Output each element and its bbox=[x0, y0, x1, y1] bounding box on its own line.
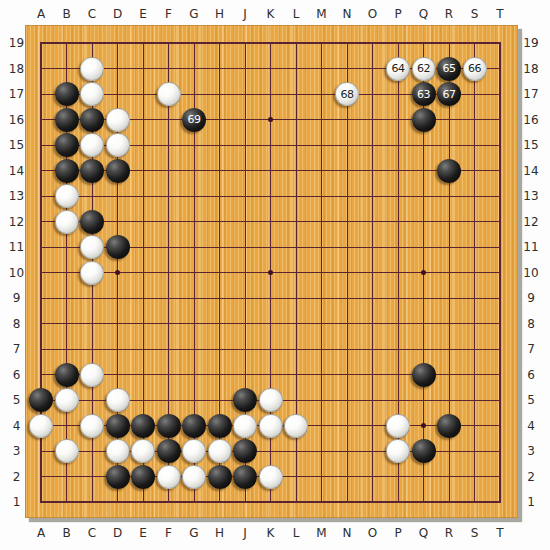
row-label-left-19: 19 bbox=[9, 37, 24, 49]
row-label-left-7: 7 bbox=[13, 343, 21, 355]
row-label-left-9: 9 bbox=[13, 292, 21, 304]
row-label-left-4: 4 bbox=[13, 420, 21, 432]
row-label-right-14: 14 bbox=[523, 165, 538, 177]
col-label-bottom-G: G bbox=[189, 527, 198, 539]
col-label-top-O: O bbox=[368, 8, 377, 20]
col-label-top-Q: Q bbox=[419, 8, 428, 20]
col-label-bottom-L: L bbox=[293, 527, 300, 539]
col-label-top-D: D bbox=[113, 8, 122, 20]
col-label-top-N: N bbox=[343, 8, 352, 20]
row-label-right-12: 12 bbox=[523, 216, 538, 228]
row-label-left-13: 13 bbox=[9, 190, 24, 202]
col-label-top-C: C bbox=[88, 8, 96, 20]
col-label-bottom-B: B bbox=[62, 527, 70, 539]
col-label-bottom-T: T bbox=[496, 527, 503, 539]
row-label-right-8: 8 bbox=[527, 318, 535, 330]
col-label-bottom-R: R bbox=[445, 527, 453, 539]
col-label-bottom-O: O bbox=[368, 527, 377, 539]
col-label-top-P: P bbox=[394, 8, 401, 20]
row-label-left-15: 15 bbox=[9, 139, 24, 151]
col-label-bottom-C: C bbox=[88, 527, 96, 539]
row-label-left-12: 12 bbox=[9, 216, 24, 228]
col-label-bottom-E: E bbox=[139, 527, 147, 539]
row-label-left-16: 16 bbox=[9, 114, 24, 126]
col-label-top-M: M bbox=[316, 8, 326, 20]
row-label-right-6: 6 bbox=[527, 369, 535, 381]
col-label-top-B: B bbox=[62, 8, 70, 20]
col-label-bottom-S: S bbox=[471, 527, 479, 539]
row-label-right-16: 16 bbox=[523, 114, 538, 126]
col-label-bottom-J: J bbox=[243, 527, 247, 539]
col-label-top-F: F bbox=[165, 8, 172, 20]
col-label-top-T: T bbox=[496, 8, 503, 20]
row-label-left-1: 1 bbox=[13, 496, 21, 508]
row-label-right-2: 2 bbox=[527, 471, 535, 483]
col-label-top-A: A bbox=[37, 8, 45, 20]
col-label-top-R: R bbox=[445, 8, 453, 20]
col-label-bottom-M: M bbox=[316, 527, 326, 539]
row-label-left-11: 11 bbox=[9, 241, 24, 253]
row-label-right-19: 19 bbox=[523, 37, 538, 49]
go-diagram: 6462656668636769 AABBCCDDEEFFGGHHJJKKLLM… bbox=[0, 0, 550, 550]
row-label-right-13: 13 bbox=[523, 190, 538, 202]
row-label-left-6: 6 bbox=[13, 369, 21, 381]
col-label-top-L: L bbox=[293, 8, 300, 20]
row-label-left-17: 17 bbox=[9, 88, 24, 100]
col-label-top-G: G bbox=[189, 8, 198, 20]
row-label-right-3: 3 bbox=[527, 445, 535, 457]
row-label-right-10: 10 bbox=[523, 267, 538, 279]
col-label-bottom-P: P bbox=[394, 527, 401, 539]
row-label-right-1: 1 bbox=[527, 496, 535, 508]
row-label-left-18: 18 bbox=[9, 63, 24, 75]
row-label-left-2: 2 bbox=[13, 471, 21, 483]
col-label-bottom-N: N bbox=[343, 527, 352, 539]
col-label-bottom-H: H bbox=[215, 527, 224, 539]
row-label-left-5: 5 bbox=[13, 394, 21, 406]
col-label-bottom-F: F bbox=[165, 527, 172, 539]
col-label-bottom-A: A bbox=[37, 527, 45, 539]
row-label-right-9: 9 bbox=[527, 292, 535, 304]
col-label-top-J: J bbox=[243, 8, 247, 20]
row-label-right-17: 17 bbox=[523, 88, 538, 100]
goban-surface[interactable] bbox=[25, 25, 518, 518]
row-label-right-4: 4 bbox=[527, 420, 535, 432]
col-label-top-E: E bbox=[139, 8, 147, 20]
col-label-bottom-Q: Q bbox=[419, 527, 428, 539]
row-label-left-10: 10 bbox=[9, 267, 24, 279]
row-label-right-5: 5 bbox=[527, 394, 535, 406]
row-label-right-15: 15 bbox=[523, 139, 538, 151]
col-label-top-S: S bbox=[471, 8, 479, 20]
row-label-right-11: 11 bbox=[523, 241, 538, 253]
row-label-left-14: 14 bbox=[9, 165, 24, 177]
row-label-left-8: 8 bbox=[13, 318, 21, 330]
col-label-top-H: H bbox=[215, 8, 224, 20]
col-label-bottom-D: D bbox=[113, 527, 122, 539]
col-label-top-K: K bbox=[267, 8, 275, 20]
row-label-left-3: 3 bbox=[13, 445, 21, 457]
col-label-bottom-K: K bbox=[267, 527, 275, 539]
row-label-right-7: 7 bbox=[527, 343, 535, 355]
row-label-right-18: 18 bbox=[523, 63, 538, 75]
